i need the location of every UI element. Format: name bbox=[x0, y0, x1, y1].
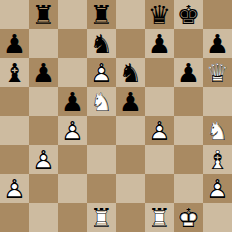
white-knight-icon: ♘ bbox=[203, 116, 232, 145]
square-d4[interactable] bbox=[87, 116, 116, 145]
white-pawn-icon: ♙ bbox=[87, 58, 116, 87]
white-queen-fill: ♛ bbox=[203, 58, 232, 87]
white-pawn-fill: ♟ bbox=[87, 58, 116, 87]
white-knight-fill: ♞ bbox=[203, 116, 232, 145]
square-e5[interactable]: ♟ bbox=[116, 87, 145, 116]
square-h3[interactable]: ♝♗ bbox=[203, 145, 232, 174]
square-c5[interactable]: ♟ bbox=[58, 87, 87, 116]
square-c8[interactable] bbox=[58, 0, 87, 29]
white-rook-fill: ♜ bbox=[145, 203, 174, 232]
square-b7[interactable] bbox=[29, 29, 58, 58]
black-bishop-icon: ♝ bbox=[0, 58, 29, 87]
square-f4[interactable]: ♟♙ bbox=[145, 116, 174, 145]
white-pawn-icon: ♙ bbox=[0, 174, 29, 203]
white-queen-icon: ♕ bbox=[203, 58, 232, 87]
square-f5[interactable] bbox=[145, 87, 174, 116]
square-a7[interactable]: ♟ bbox=[0, 29, 29, 58]
white-king-fill: ♚ bbox=[174, 203, 203, 232]
square-h5[interactable] bbox=[203, 87, 232, 116]
square-e8[interactable] bbox=[116, 0, 145, 29]
square-h1[interactable] bbox=[203, 203, 232, 232]
black-pawn-icon: ♟ bbox=[0, 29, 29, 58]
square-g6[interactable]: ♟ bbox=[174, 58, 203, 87]
square-b1[interactable] bbox=[29, 203, 58, 232]
square-a2[interactable]: ♟♙ bbox=[0, 174, 29, 203]
square-e4[interactable] bbox=[116, 116, 145, 145]
square-d6[interactable]: ♟♙ bbox=[87, 58, 116, 87]
square-h7[interactable]: ♟ bbox=[203, 29, 232, 58]
square-d8[interactable]: ♜ bbox=[87, 0, 116, 29]
square-e1[interactable] bbox=[116, 203, 145, 232]
black-queen-icon: ♛ bbox=[145, 0, 174, 29]
white-knight-icon: ♘ bbox=[87, 87, 116, 116]
square-c2[interactable] bbox=[58, 174, 87, 203]
square-a1[interactable] bbox=[0, 203, 29, 232]
square-b2[interactable] bbox=[29, 174, 58, 203]
square-g8[interactable]: ♚ bbox=[174, 0, 203, 29]
white-pawn-fill: ♟ bbox=[58, 116, 87, 145]
black-pawn-icon: ♟ bbox=[116, 87, 145, 116]
square-c4[interactable]: ♟♙ bbox=[58, 116, 87, 145]
square-c1[interactable] bbox=[58, 203, 87, 232]
black-pawn-icon: ♟ bbox=[29, 58, 58, 87]
white-bishop-fill: ♝ bbox=[203, 145, 232, 174]
square-f3[interactable] bbox=[145, 145, 174, 174]
square-g3[interactable] bbox=[174, 145, 203, 174]
white-king-icon: ♔ bbox=[174, 203, 203, 232]
black-pawn-icon: ♟ bbox=[203, 29, 232, 58]
square-h8[interactable] bbox=[203, 0, 232, 29]
square-a6[interactable]: ♝ bbox=[0, 58, 29, 87]
white-pawn-fill: ♟ bbox=[145, 116, 174, 145]
white-pawn-icon: ♙ bbox=[145, 116, 174, 145]
square-c3[interactable] bbox=[58, 145, 87, 174]
white-pawn-fill: ♟ bbox=[0, 174, 29, 203]
square-b4[interactable] bbox=[29, 116, 58, 145]
black-rook-icon: ♜ bbox=[87, 0, 116, 29]
square-e6[interactable]: ♞ bbox=[116, 58, 145, 87]
square-d7[interactable]: ♞ bbox=[87, 29, 116, 58]
square-e7[interactable] bbox=[116, 29, 145, 58]
square-f8[interactable]: ♛ bbox=[145, 0, 174, 29]
square-g7[interactable] bbox=[174, 29, 203, 58]
black-knight-icon: ♞ bbox=[87, 29, 116, 58]
white-pawn-icon: ♙ bbox=[58, 116, 87, 145]
white-knight-fill: ♞ bbox=[87, 87, 116, 116]
square-b3[interactable]: ♟♙ bbox=[29, 145, 58, 174]
square-d2[interactable] bbox=[87, 174, 116, 203]
square-g1[interactable]: ♚♔ bbox=[174, 203, 203, 232]
black-knight-icon: ♞ bbox=[116, 58, 145, 87]
white-pawn-fill: ♟ bbox=[203, 174, 232, 203]
square-a3[interactable] bbox=[0, 145, 29, 174]
black-pawn-icon: ♟ bbox=[58, 87, 87, 116]
square-h4[interactable]: ♞♘ bbox=[203, 116, 232, 145]
square-a8[interactable] bbox=[0, 0, 29, 29]
square-f2[interactable] bbox=[145, 174, 174, 203]
square-c6[interactable] bbox=[58, 58, 87, 87]
white-pawn-icon: ♙ bbox=[29, 145, 58, 174]
square-h2[interactable]: ♟♙ bbox=[203, 174, 232, 203]
white-bishop-icon: ♗ bbox=[203, 145, 232, 174]
square-f1[interactable]: ♜♖ bbox=[145, 203, 174, 232]
white-rook-icon: ♖ bbox=[145, 203, 174, 232]
square-b5[interactable] bbox=[29, 87, 58, 116]
black-pawn-icon: ♟ bbox=[174, 58, 203, 87]
black-king-icon: ♚ bbox=[174, 0, 203, 29]
square-e2[interactable] bbox=[116, 174, 145, 203]
chess-board: ♜♜♛♚♟♞♟♟♝♟♟♙♞♟♛♕♟♞♘♟♟♙♟♙♞♘♟♙♝♗♟♙♟♙♜♖♜♖♚♔ bbox=[0, 0, 232, 232]
square-e3[interactable] bbox=[116, 145, 145, 174]
square-g2[interactable] bbox=[174, 174, 203, 203]
square-f7[interactable]: ♟ bbox=[145, 29, 174, 58]
square-g5[interactable] bbox=[174, 87, 203, 116]
square-a5[interactable] bbox=[0, 87, 29, 116]
black-pawn-icon: ♟ bbox=[145, 29, 174, 58]
white-rook-icon: ♖ bbox=[87, 203, 116, 232]
square-d1[interactable]: ♜♖ bbox=[87, 203, 116, 232]
white-pawn-icon: ♙ bbox=[203, 174, 232, 203]
square-b6[interactable]: ♟ bbox=[29, 58, 58, 87]
white-pawn-fill: ♟ bbox=[29, 145, 58, 174]
black-rook-icon: ♜ bbox=[29, 0, 58, 29]
square-d3[interactable] bbox=[87, 145, 116, 174]
square-d5[interactable]: ♞♘ bbox=[87, 87, 116, 116]
square-c7[interactable] bbox=[58, 29, 87, 58]
square-f6[interactable] bbox=[145, 58, 174, 87]
white-rook-fill: ♜ bbox=[87, 203, 116, 232]
square-a4[interactable] bbox=[0, 116, 29, 145]
square-b8[interactable]: ♜ bbox=[29, 0, 58, 29]
square-h6[interactable]: ♛♕ bbox=[203, 58, 232, 87]
square-g4[interactable] bbox=[174, 116, 203, 145]
